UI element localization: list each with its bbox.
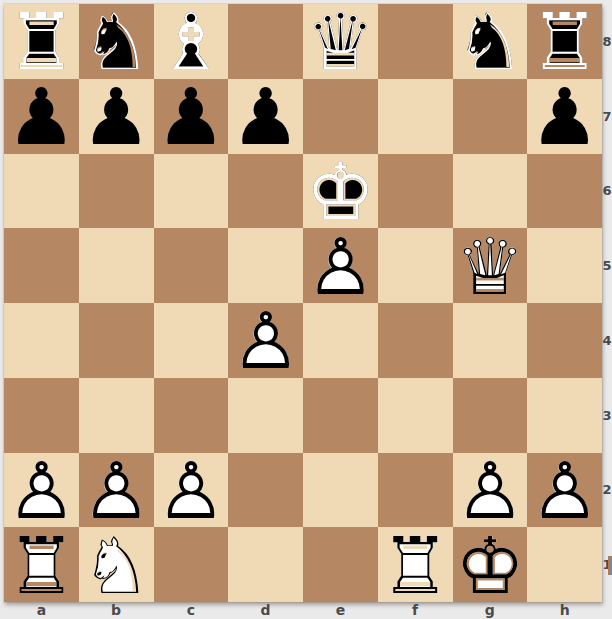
square-h7[interactable]: ♟ bbox=[527, 79, 602, 154]
white-rook-outline-icon: ♖ bbox=[378, 528, 453, 603]
black-bishop-icon: ♝ bbox=[154, 5, 229, 80]
white-pawn-outline-icon: ♙ bbox=[228, 304, 303, 379]
white-pawn[interactable]: ♟♙ bbox=[228, 303, 303, 378]
rank-label-3: 3 bbox=[602, 378, 612, 453]
square-h6[interactable] bbox=[527, 154, 602, 229]
black-rook-icon: ♜ bbox=[4, 5, 79, 80]
rank-label-7: 7 bbox=[602, 79, 612, 154]
square-f7[interactable] bbox=[378, 79, 453, 154]
square-g3[interactable] bbox=[453, 378, 528, 453]
white-pawn[interactable]: ♟♙ bbox=[303, 228, 378, 303]
square-b4[interactable] bbox=[79, 303, 154, 378]
black-pawn-icon: ♟ bbox=[79, 80, 154, 155]
square-c1[interactable] bbox=[154, 527, 229, 602]
square-e3[interactable] bbox=[303, 378, 378, 453]
chess-board: ♜♖♞♘♝♗♛♕♞♘♜♖♟♟♟♟♟♚♔♟♙♛♕♟♙♟♙♟♙♟♙♟♙♟♙♜♖♞♘♜… bbox=[4, 4, 602, 602]
square-a2[interactable]: ♟♙ bbox=[4, 453, 79, 528]
square-b3[interactable] bbox=[79, 378, 154, 453]
black-pawn-icon: ♟ bbox=[228, 80, 303, 155]
black-king-icon: ♚ bbox=[303, 155, 378, 230]
square-g1[interactable]: ♚♔ bbox=[453, 527, 528, 602]
black-rook[interactable]: ♜♖ bbox=[4, 4, 79, 79]
black-pawn[interactable]: ♟ bbox=[154, 79, 229, 154]
square-b2[interactable]: ♟♙ bbox=[79, 453, 154, 528]
square-d3[interactable] bbox=[228, 378, 303, 453]
file-label-h: h bbox=[527, 602, 602, 619]
square-c8[interactable]: ♝♗ bbox=[154, 4, 229, 79]
black-rook[interactable]: ♜♖ bbox=[527, 4, 602, 79]
square-h4[interactable] bbox=[527, 303, 602, 378]
square-a5[interactable] bbox=[4, 228, 79, 303]
rank-labels: 87654321 bbox=[602, 4, 612, 602]
black-bishop[interactable]: ♝♗ bbox=[154, 4, 229, 79]
black-pawn-icon: ♟ bbox=[4, 80, 79, 155]
square-f4[interactable] bbox=[378, 303, 453, 378]
white-pawn-icon: ♟ bbox=[4, 454, 79, 529]
black-rook-outline-icon: ♖ bbox=[527, 5, 602, 80]
file-labels: abcdefgh bbox=[4, 602, 602, 619]
black-queen-outline-icon: ♕ bbox=[303, 5, 378, 80]
white-pawn[interactable]: ♟♙ bbox=[453, 453, 528, 528]
white-queen-outline-icon: ♕ bbox=[453, 229, 528, 304]
square-e4[interactable] bbox=[303, 303, 378, 378]
rank-label-4: 4 bbox=[602, 303, 612, 378]
black-bishop-outline-icon: ♗ bbox=[154, 5, 229, 80]
white-pawn[interactable]: ♟♙ bbox=[527, 453, 602, 528]
black-pawn[interactable]: ♟ bbox=[527, 79, 602, 154]
black-pawn-icon: ♟ bbox=[527, 80, 602, 155]
square-e5[interactable]: ♟♙ bbox=[303, 228, 378, 303]
square-h1[interactable] bbox=[527, 527, 602, 602]
square-h5[interactable] bbox=[527, 228, 602, 303]
black-pawn[interactable]: ♟ bbox=[79, 79, 154, 154]
square-a3[interactable] bbox=[4, 378, 79, 453]
square-d5[interactable] bbox=[228, 228, 303, 303]
black-knight[interactable]: ♞♘ bbox=[453, 4, 528, 79]
square-c4[interactable] bbox=[154, 303, 229, 378]
square-g7[interactable] bbox=[453, 79, 528, 154]
black-knight-outline-icon: ♘ bbox=[453, 5, 528, 80]
white-queen[interactable]: ♛♕ bbox=[453, 228, 528, 303]
white-pawn-outline-icon: ♙ bbox=[453, 454, 528, 529]
file-label-c: c bbox=[154, 602, 229, 619]
file-label-e: e bbox=[303, 602, 378, 619]
square-a7[interactable]: ♟ bbox=[4, 79, 79, 154]
square-e1[interactable] bbox=[303, 527, 378, 602]
square-g4[interactable] bbox=[453, 303, 528, 378]
square-g8[interactable]: ♞♘ bbox=[453, 4, 528, 79]
black-rook-outline-icon: ♖ bbox=[4, 5, 79, 80]
square-e6[interactable]: ♚♔ bbox=[303, 154, 378, 229]
file-label-g: g bbox=[453, 602, 528, 619]
square-f6[interactable] bbox=[378, 154, 453, 229]
white-pawn-icon: ♟ bbox=[228, 304, 303, 379]
white-king-icon: ♚ bbox=[453, 528, 528, 603]
square-b5[interactable] bbox=[79, 228, 154, 303]
square-e8[interactable]: ♛♕ bbox=[303, 4, 378, 79]
white-pawn-outline-icon: ♙ bbox=[4, 454, 79, 529]
square-c7[interactable]: ♟ bbox=[154, 79, 229, 154]
black-knight-icon: ♞ bbox=[79, 5, 154, 80]
square-g6[interactable] bbox=[453, 154, 528, 229]
rank-label-2: 2 bbox=[602, 453, 612, 528]
square-e2[interactable] bbox=[303, 453, 378, 528]
square-d6[interactable] bbox=[228, 154, 303, 229]
square-g2[interactable]: ♟♙ bbox=[453, 453, 528, 528]
square-h2[interactable]: ♟♙ bbox=[527, 453, 602, 528]
square-h3[interactable] bbox=[527, 378, 602, 453]
white-pawn-icon: ♟ bbox=[79, 454, 154, 529]
white-pawn[interactable]: ♟♙ bbox=[4, 453, 79, 528]
white-pawn-icon: ♟ bbox=[453, 454, 528, 529]
file-label-a: a bbox=[4, 602, 79, 619]
white-pawn-icon: ♟ bbox=[303, 229, 378, 304]
square-d2[interactable] bbox=[228, 453, 303, 528]
file-label-d: d bbox=[228, 602, 303, 619]
square-d8[interactable] bbox=[228, 4, 303, 79]
square-c5[interactable] bbox=[154, 228, 229, 303]
square-b8[interactable]: ♞♘ bbox=[79, 4, 154, 79]
white-king-outline-icon: ♔ bbox=[453, 528, 528, 603]
white-rook[interactable]: ♜♖ bbox=[378, 527, 453, 602]
square-f8[interactable] bbox=[378, 4, 453, 79]
square-b7[interactable]: ♟ bbox=[79, 79, 154, 154]
black-knight[interactable]: ♞♘ bbox=[79, 4, 154, 79]
square-c6[interactable] bbox=[154, 154, 229, 229]
white-king[interactable]: ♚♔ bbox=[453, 527, 528, 602]
square-d7[interactable]: ♟ bbox=[228, 79, 303, 154]
white-rook-icon: ♜ bbox=[4, 528, 79, 603]
white-pawn-icon: ♟ bbox=[527, 454, 602, 529]
white-pawn-icon: ♟ bbox=[154, 454, 229, 529]
white-knight[interactable]: ♞♘ bbox=[79, 527, 154, 602]
black-queen[interactable]: ♛♕ bbox=[303, 4, 378, 79]
white-rook-outline-icon: ♖ bbox=[4, 528, 79, 603]
white-pawn-outline-icon: ♙ bbox=[154, 454, 229, 529]
white-pawn[interactable]: ♟♙ bbox=[79, 453, 154, 528]
white-rook-icon: ♜ bbox=[378, 528, 453, 603]
black-pawn-icon: ♟ bbox=[154, 80, 229, 155]
square-c3[interactable] bbox=[154, 378, 229, 453]
square-b6[interactable] bbox=[79, 154, 154, 229]
square-d1[interactable] bbox=[228, 527, 303, 602]
rank-label-8: 8 bbox=[602, 4, 612, 79]
square-f3[interactable] bbox=[378, 378, 453, 453]
black-knight-icon: ♞ bbox=[453, 5, 528, 80]
square-h8[interactable]: ♜♖ bbox=[527, 4, 602, 79]
file-label-b: b bbox=[79, 602, 154, 619]
black-queen-icon: ♛ bbox=[303, 5, 378, 80]
square-d4[interactable]: ♟♙ bbox=[228, 303, 303, 378]
white-knight-icon: ♞ bbox=[79, 528, 154, 603]
white-pawn-outline-icon: ♙ bbox=[303, 229, 378, 304]
rank-label-6: 6 bbox=[602, 154, 612, 229]
square-e7[interactable] bbox=[303, 79, 378, 154]
square-c2[interactable]: ♟♙ bbox=[154, 453, 229, 528]
white-pawn[interactable]: ♟♙ bbox=[154, 453, 229, 528]
white-pawn-outline-icon: ♙ bbox=[527, 454, 602, 529]
white-knight-outline-icon: ♘ bbox=[79, 528, 154, 603]
square-a8[interactable]: ♜♖ bbox=[4, 4, 79, 79]
rank-label-5: 5 bbox=[602, 228, 612, 303]
square-f1[interactable]: ♜♖ bbox=[378, 527, 453, 602]
square-f5[interactable] bbox=[378, 228, 453, 303]
white-rook[interactable]: ♜♖ bbox=[4, 527, 79, 602]
white-pawn-outline-icon: ♙ bbox=[79, 454, 154, 529]
black-king-outline-icon: ♔ bbox=[303, 155, 378, 230]
black-king[interactable]: ♚♔ bbox=[303, 154, 378, 229]
white-queen-icon: ♛ bbox=[453, 229, 528, 304]
screen-edge-artifact bbox=[608, 556, 612, 575]
square-a6[interactable] bbox=[4, 154, 79, 229]
square-a1[interactable]: ♜♖ bbox=[4, 527, 79, 602]
square-g5[interactable]: ♛♕ bbox=[453, 228, 528, 303]
file-label-f: f bbox=[378, 602, 453, 619]
square-b1[interactable]: ♞♘ bbox=[79, 527, 154, 602]
black-pawn[interactable]: ♟ bbox=[228, 79, 303, 154]
square-a4[interactable] bbox=[4, 303, 79, 378]
square-f2[interactable] bbox=[378, 453, 453, 528]
black-knight-outline-icon: ♘ bbox=[79, 5, 154, 80]
black-pawn[interactable]: ♟ bbox=[4, 79, 79, 154]
black-rook-icon: ♜ bbox=[527, 5, 602, 80]
